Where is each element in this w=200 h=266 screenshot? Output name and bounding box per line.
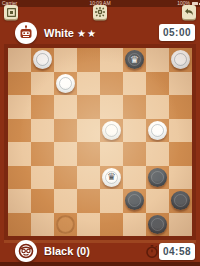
board-cell[interactable] xyxy=(77,48,100,72)
stopwatch-icon xyxy=(146,245,158,258)
board-cell[interactable] xyxy=(169,213,192,237)
board-cell[interactable] xyxy=(100,72,123,96)
white-man[interactable] xyxy=(148,121,167,140)
board-cell[interactable] xyxy=(31,213,54,237)
board-cell[interactable] xyxy=(31,189,54,213)
board-cell[interactable] xyxy=(146,48,169,72)
board-cell[interactable] xyxy=(169,189,192,213)
board-cell[interactable] xyxy=(146,142,169,166)
gear-icon xyxy=(95,7,105,17)
board-cell[interactable] xyxy=(146,119,169,143)
board-cell[interactable] xyxy=(8,213,31,237)
bottom-strip xyxy=(0,262,200,266)
board-cell[interactable] xyxy=(31,95,54,119)
black-man[interactable] xyxy=(148,215,167,234)
player-name: Black (0) xyxy=(44,245,90,257)
board-cell[interactable] xyxy=(123,189,146,213)
board-cell[interactable] xyxy=(146,189,169,213)
king-crown-icon: ♛ xyxy=(107,172,116,182)
board-cell[interactable] xyxy=(8,142,31,166)
robot-icon xyxy=(18,25,34,41)
board-cell[interactable] xyxy=(8,48,31,72)
board-cell[interactable] xyxy=(8,119,31,143)
white-man[interactable] xyxy=(33,50,52,69)
checkers-app: Carrier 10:09 AM 100% xyxy=(0,0,200,266)
board-cell[interactable] xyxy=(31,48,54,72)
board-cell[interactable] xyxy=(31,166,54,190)
board-cell[interactable] xyxy=(169,166,192,190)
board-cell[interactable] xyxy=(54,213,77,237)
board-cell[interactable] xyxy=(100,213,123,237)
board-cell[interactable]: ♛ xyxy=(100,166,123,190)
board-cell[interactable] xyxy=(54,95,77,119)
hint-ring xyxy=(56,215,75,234)
board-cell[interactable] xyxy=(8,189,31,213)
board-cell[interactable] xyxy=(146,95,169,119)
board-cell[interactable] xyxy=(77,166,100,190)
white-man[interactable] xyxy=(56,74,75,93)
board-cell[interactable] xyxy=(100,142,123,166)
opponent-timer: 05:00 xyxy=(159,24,195,41)
board-cell[interactable] xyxy=(77,142,100,166)
board-cell[interactable] xyxy=(123,119,146,143)
opponent-avatar xyxy=(15,22,37,44)
board-menu-icon xyxy=(7,8,16,17)
board-cell[interactable] xyxy=(77,119,100,143)
board-cell[interactable] xyxy=(54,72,77,96)
board-cell[interactable] xyxy=(8,72,31,96)
board-cell[interactable] xyxy=(100,95,123,119)
board-cell[interactable] xyxy=(31,119,54,143)
board-cell[interactable] xyxy=(31,72,54,96)
board-cell[interactable] xyxy=(54,189,77,213)
undo-button[interactable] xyxy=(182,5,196,19)
face-glasses-icon xyxy=(18,243,34,259)
board-cell[interactable] xyxy=(77,189,100,213)
white-king[interactable]: ♛ xyxy=(102,168,121,187)
undo-arrow-icon xyxy=(184,8,194,17)
king-crown-icon: ♛ xyxy=(130,55,139,65)
player-timer: 04:58 xyxy=(159,243,195,260)
board-cell[interactable] xyxy=(100,189,123,213)
board-cell[interactable] xyxy=(123,72,146,96)
black-man[interactable] xyxy=(148,168,167,187)
white-man[interactable] xyxy=(102,121,121,140)
board-cell[interactable] xyxy=(100,119,123,143)
board-cell[interactable] xyxy=(146,213,169,237)
board-cell[interactable] xyxy=(169,119,192,143)
board-cell[interactable] xyxy=(54,166,77,190)
board-frame: ♛♛ xyxy=(4,44,196,240)
board-cell[interactable] xyxy=(54,119,77,143)
white-man[interactable] xyxy=(171,50,190,69)
board-cell[interactable] xyxy=(8,166,31,190)
board-cell[interactable] xyxy=(77,213,100,237)
board-cell[interactable] xyxy=(77,95,100,119)
board-cell[interactable] xyxy=(123,95,146,119)
board-cell[interactable] xyxy=(77,72,100,96)
board-cell[interactable] xyxy=(54,48,77,72)
board-cell[interactable] xyxy=(123,142,146,166)
board-cell[interactable] xyxy=(8,95,31,119)
board[interactable]: ♛♛ xyxy=(8,48,192,236)
black-man[interactable] xyxy=(125,191,144,210)
board-cell[interactable] xyxy=(31,142,54,166)
board-cell[interactable] xyxy=(169,72,192,96)
board-cell[interactable]: ♛ xyxy=(123,48,146,72)
board-cell[interactable] xyxy=(169,95,192,119)
menu-button[interactable] xyxy=(4,5,18,19)
board-cell[interactable] xyxy=(146,72,169,96)
difficulty-stars: ★★ xyxy=(77,28,97,39)
black-king[interactable]: ♛ xyxy=(125,50,144,69)
black-man[interactable] xyxy=(171,191,190,210)
board-cell[interactable] xyxy=(146,166,169,190)
board-cell[interactable] xyxy=(169,142,192,166)
board-cell[interactable] xyxy=(123,213,146,237)
board-cell[interactable] xyxy=(169,48,192,72)
opponent-name: White ★★ xyxy=(44,27,97,39)
board-cell[interactable] xyxy=(54,142,77,166)
settings-button[interactable] xyxy=(93,5,107,19)
board-cell[interactable] xyxy=(123,166,146,190)
player-avatar xyxy=(15,240,37,262)
board-cell[interactable] xyxy=(100,48,123,72)
